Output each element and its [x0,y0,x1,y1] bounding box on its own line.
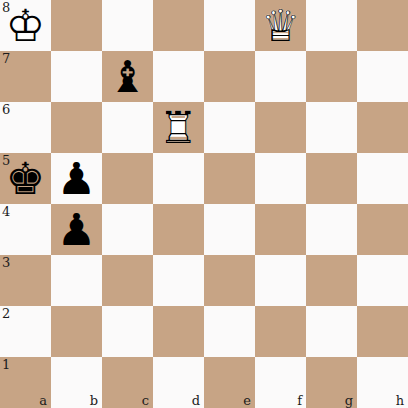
rank-label-1: 1 [2,358,10,371]
file-label-a: a [39,394,47,407]
square-d8[interactable] [153,0,204,51]
piece-white-king[interactable]: ♚♔ [0,0,51,51]
square-e3[interactable] [204,255,255,306]
square-a4[interactable]: 4 [0,204,51,255]
file-label-c: c [142,394,149,407]
square-f5[interactable] [255,153,306,204]
square-h7[interactable] [357,51,408,102]
square-e2[interactable] [204,306,255,357]
square-a5[interactable]: 5♚ [0,153,51,204]
square-a8[interactable]: 8♚♔ [0,0,51,51]
white-rook-outline-glyph: ♖ [153,102,204,153]
square-c8[interactable] [102,0,153,51]
file-label-b: b [90,394,98,407]
square-c2[interactable] [102,306,153,357]
square-b3[interactable] [51,255,102,306]
rank-label-4: 4 [2,205,10,218]
square-c4[interactable] [102,204,153,255]
square-e5[interactable] [204,153,255,204]
square-a3[interactable]: 3 [0,255,51,306]
square-a1[interactable]: 1a [0,357,51,408]
file-label-d: d [192,394,200,407]
white-queen-outline-glyph: ♕ [255,0,306,51]
square-a7[interactable]: 7 [0,51,51,102]
piece-white-rook[interactable]: ♜♖ [153,102,204,153]
square-d4[interactable] [153,204,204,255]
square-d1[interactable]: d [153,357,204,408]
square-d3[interactable] [153,255,204,306]
file-label-f: f [297,394,302,407]
square-h8[interactable] [357,0,408,51]
square-h2[interactable] [357,306,408,357]
square-b8[interactable] [51,0,102,51]
square-f3[interactable] [255,255,306,306]
file-label-h: h [396,394,404,407]
square-h1[interactable]: h [357,357,408,408]
square-f6[interactable] [255,102,306,153]
square-f4[interactable] [255,204,306,255]
square-b5[interactable]: ♟ [51,153,102,204]
rank-label-2: 2 [2,307,10,320]
square-b1[interactable]: b [51,357,102,408]
square-h6[interactable] [357,102,408,153]
square-e7[interactable] [204,51,255,102]
square-d7[interactable] [153,51,204,102]
square-d2[interactable] [153,306,204,357]
square-a2[interactable]: 2 [0,306,51,357]
square-e4[interactable] [204,204,255,255]
square-g6[interactable] [306,102,357,153]
square-a6[interactable]: 6 [0,102,51,153]
square-f8[interactable]: ♛♕ [255,0,306,51]
piece-black-bishop[interactable]: ♝ [102,51,153,102]
square-c1[interactable]: c [102,357,153,408]
file-label-g: g [345,394,353,407]
square-g8[interactable] [306,0,357,51]
square-e6[interactable] [204,102,255,153]
square-h5[interactable] [357,153,408,204]
square-b6[interactable] [51,102,102,153]
rank-label-6: 6 [2,103,10,116]
piece-black-king[interactable]: ♚ [0,153,51,204]
square-g2[interactable] [306,306,357,357]
square-g5[interactable] [306,153,357,204]
square-f1[interactable]: f [255,357,306,408]
square-h4[interactable] [357,204,408,255]
square-g3[interactable] [306,255,357,306]
square-e8[interactable] [204,0,255,51]
square-d5[interactable] [153,153,204,204]
square-f7[interactable] [255,51,306,102]
chess-board: 8♚♔♛♕7♝6♜♖5♚♟4♟321abcdefgh [0,0,408,408]
piece-black-pawn[interactable]: ♟ [51,153,102,204]
rank-label-3: 3 [2,256,10,269]
square-g4[interactable] [306,204,357,255]
square-g1[interactable]: g [306,357,357,408]
square-c5[interactable] [102,153,153,204]
piece-black-pawn[interactable]: ♟ [51,204,102,255]
square-b4[interactable]: ♟ [51,204,102,255]
file-label-e: e [243,394,251,407]
square-f2[interactable] [255,306,306,357]
white-king-outline-glyph: ♔ [0,0,51,51]
square-h3[interactable] [357,255,408,306]
square-c6[interactable] [102,102,153,153]
square-c3[interactable] [102,255,153,306]
chess-board-wrapper: 8♚♔♛♕7♝6♜♖5♚♟4♟321abcdefgh [0,0,408,408]
square-d6[interactable]: ♜♖ [153,102,204,153]
square-g7[interactable] [306,51,357,102]
square-b2[interactable] [51,306,102,357]
square-e1[interactable]: e [204,357,255,408]
rank-label-7: 7 [2,52,10,65]
square-b7[interactable] [51,51,102,102]
square-c7[interactable]: ♝ [102,51,153,102]
piece-white-queen[interactable]: ♛♕ [255,0,306,51]
